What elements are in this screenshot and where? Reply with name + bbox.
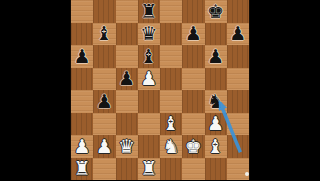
piece-white-knight-e2[interactable]: ♞ — [163, 136, 180, 155]
piece-black-pawn-f7[interactable]: ♟ — [185, 24, 202, 43]
square-b6[interactable] — [93, 45, 115, 68]
square-b3[interactable] — [93, 113, 115, 136]
square-c3[interactable] — [116, 113, 138, 136]
piece-black-king-g8[interactable]: ♚ — [207, 1, 224, 20]
piece-white-pawn-a2[interactable]: ♟ — [74, 136, 91, 155]
piece-black-pawn-b4[interactable]: ♟ — [96, 91, 113, 110]
square-e3[interactable]: ♝ — [160, 113, 182, 136]
square-b7[interactable]: ♝ — [93, 23, 115, 46]
square-h1[interactable] — [227, 158, 249, 181]
square-c1[interactable] — [116, 158, 138, 181]
square-c2[interactable]: ♛ — [116, 135, 138, 158]
square-d8[interactable]: ♜ — [138, 0, 160, 23]
square-g3[interactable]: ♟ — [205, 113, 227, 136]
square-e6[interactable] — [160, 45, 182, 68]
square-c6[interactable] — [116, 45, 138, 68]
square-a5[interactable] — [71, 68, 93, 91]
chess-board[interactable]: ♜♚♝♛♟♟♟♝♟♟♟♟♞♝♟♟♟♛♞♚♝♜♜ — [71, 0, 249, 180]
square-g6[interactable]: ♟ — [205, 45, 227, 68]
square-f2[interactable]: ♚ — [182, 135, 204, 158]
square-a3[interactable] — [71, 113, 93, 136]
square-b1[interactable] — [93, 158, 115, 181]
piece-white-pawn-d5[interactable]: ♟ — [140, 69, 157, 88]
square-d3[interactable] — [138, 113, 160, 136]
piece-black-bishop-b7[interactable]: ♝ — [96, 24, 113, 43]
square-f1[interactable] — [182, 158, 204, 181]
square-h4[interactable] — [227, 90, 249, 113]
square-h7[interactable]: ♟ — [227, 23, 249, 46]
square-a7[interactable] — [71, 23, 93, 46]
piece-white-bishop-e3[interactable]: ♝ — [163, 114, 180, 133]
square-h5[interactable] — [227, 68, 249, 91]
square-f4[interactable] — [182, 90, 204, 113]
square-f5[interactable] — [182, 68, 204, 91]
square-h3[interactable] — [227, 113, 249, 136]
square-b2[interactable]: ♟ — [93, 135, 115, 158]
square-g5[interactable] — [205, 68, 227, 91]
piece-white-rook-d1[interactable]: ♜ — [140, 159, 157, 178]
square-b4[interactable]: ♟ — [93, 90, 115, 113]
square-a4[interactable] — [71, 90, 93, 113]
piece-white-bishop-g2[interactable]: ♝ — [207, 136, 224, 155]
square-d4[interactable] — [138, 90, 160, 113]
square-a6[interactable]: ♟ — [71, 45, 93, 68]
square-h8[interactable] — [227, 0, 249, 23]
square-f8[interactable] — [182, 0, 204, 23]
square-e1[interactable] — [160, 158, 182, 181]
square-g7[interactable] — [205, 23, 227, 46]
piece-black-pawn-a6[interactable]: ♟ — [74, 46, 91, 65]
square-c4[interactable] — [116, 90, 138, 113]
piece-black-rook-d8[interactable]: ♜ — [140, 1, 157, 20]
left-letterbox-bar — [0, 0, 71, 180]
square-g1[interactable] — [205, 158, 227, 181]
piece-black-knight-g4[interactable]: ♞ — [207, 91, 224, 110]
square-d6[interactable]: ♝ — [138, 45, 160, 68]
square-d7[interactable]: ♛ — [138, 23, 160, 46]
square-e5[interactable] — [160, 68, 182, 91]
piece-black-pawn-c5[interactable]: ♟ — [118, 69, 135, 88]
square-c8[interactable] — [116, 0, 138, 23]
piece-white-king-f2[interactable]: ♚ — [185, 136, 202, 155]
square-c7[interactable] — [116, 23, 138, 46]
right-letterbox-bar — [249, 0, 320, 180]
square-g4[interactable]: ♞ — [205, 90, 227, 113]
square-d1[interactable]: ♜ — [138, 158, 160, 181]
square-h6[interactable] — [227, 45, 249, 68]
square-g8[interactable]: ♚ — [205, 0, 227, 23]
square-b5[interactable] — [93, 68, 115, 91]
piece-black-bishop-d6[interactable]: ♝ — [140, 46, 157, 65]
piece-black-pawn-g6[interactable]: ♟ — [207, 46, 224, 65]
square-e4[interactable] — [160, 90, 182, 113]
board-corner-marker-dot — [245, 172, 249, 176]
square-b8[interactable] — [93, 0, 115, 23]
piece-white-pawn-g3[interactable]: ♟ — [207, 114, 224, 133]
square-d2[interactable] — [138, 135, 160, 158]
piece-black-queen-d7[interactable]: ♛ — [140, 24, 157, 43]
piece-white-pawn-b2[interactable]: ♟ — [96, 136, 113, 155]
square-e2[interactable]: ♞ — [160, 135, 182, 158]
square-f7[interactable]: ♟ — [182, 23, 204, 46]
piece-white-rook-a1[interactable]: ♜ — [74, 159, 91, 178]
chess-app-stage: ♜♚♝♛♟♟♟♝♟♟♟♟♞♝♟♟♟♛♞♚♝♜♜ — [0, 0, 320, 180]
square-a2[interactable]: ♟ — [71, 135, 93, 158]
piece-black-pawn-h7[interactable]: ♟ — [229, 24, 246, 43]
square-a1[interactable]: ♜ — [71, 158, 93, 181]
square-h2[interactable] — [227, 135, 249, 158]
square-e7[interactable] — [160, 23, 182, 46]
square-d5[interactable]: ♟ — [138, 68, 160, 91]
square-g2[interactable]: ♝ — [205, 135, 227, 158]
square-e8[interactable] — [160, 0, 182, 23]
square-f6[interactable] — [182, 45, 204, 68]
square-c5[interactable]: ♟ — [116, 68, 138, 91]
square-a8[interactable] — [71, 0, 93, 23]
piece-white-queen-c2[interactable]: ♛ — [118, 136, 135, 155]
square-f3[interactable] — [182, 113, 204, 136]
